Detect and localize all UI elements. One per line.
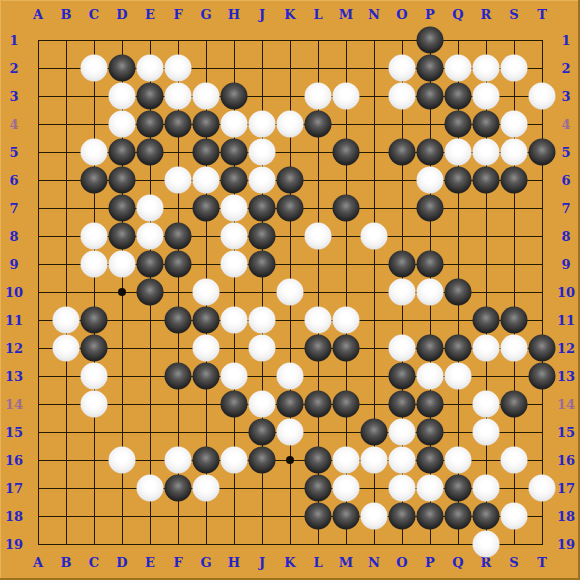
stone-white-D4[interactable] xyxy=(109,111,136,138)
col-label-top-H: H xyxy=(228,8,240,21)
stone-white-G10[interactable] xyxy=(193,279,220,306)
stone-white-F16[interactable] xyxy=(165,447,192,474)
stone-black-Q10[interactable] xyxy=(445,279,472,306)
stone-white-J5[interactable] xyxy=(249,139,276,166)
row-label-left-17: 17 xyxy=(5,482,23,495)
stone-black-Q12[interactable] xyxy=(445,335,472,362)
stone-black-P16[interactable] xyxy=(417,447,444,474)
row-label-right-9: 9 xyxy=(561,258,570,271)
star-point-K16 xyxy=(286,456,294,464)
star-point-D10 xyxy=(118,288,126,296)
col-label-top-R: R xyxy=(481,8,492,21)
stone-white-O2[interactable] xyxy=(389,55,416,82)
col-label-top-L: L xyxy=(313,8,322,21)
row-label-left-18: 18 xyxy=(5,510,23,523)
stone-white-S5[interactable] xyxy=(501,139,528,166)
stone-black-F17[interactable] xyxy=(165,475,192,502)
stone-white-S12[interactable] xyxy=(501,335,528,362)
stone-white-H9[interactable] xyxy=(221,251,248,278)
stone-black-K7[interactable] xyxy=(277,195,304,222)
stone-black-K6[interactable] xyxy=(277,167,304,194)
row-label-right-3: 3 xyxy=(561,90,570,103)
col-label-bottom-E: E xyxy=(145,556,155,569)
row-label-right-5: 5 xyxy=(561,146,570,159)
row-label-right-15: 15 xyxy=(557,426,575,439)
stone-white-H16[interactable] xyxy=(221,447,248,474)
stone-black-F8[interactable] xyxy=(165,223,192,250)
stone-white-D16[interactable] xyxy=(109,447,136,474)
row-label-right-7: 7 xyxy=(561,202,570,215)
row-label-right-10: 10 xyxy=(557,286,575,299)
row-label-right-16: 16 xyxy=(557,454,575,467)
col-label-top-M: M xyxy=(339,8,353,21)
stone-black-C6[interactable] xyxy=(81,167,108,194)
stone-black-G16[interactable] xyxy=(193,447,220,474)
stone-black-S6[interactable] xyxy=(501,167,528,194)
stone-white-J6[interactable] xyxy=(249,167,276,194)
stone-white-M17[interactable] xyxy=(333,475,360,502)
row-label-right-6: 6 xyxy=(561,174,570,187)
stone-white-H8[interactable] xyxy=(221,223,248,250)
col-label-bottom-O: O xyxy=(396,556,407,569)
stone-white-H11[interactable] xyxy=(221,307,248,334)
stone-black-L12[interactable] xyxy=(305,335,332,362)
stone-black-D6[interactable] xyxy=(109,167,136,194)
stone-white-K13[interactable] xyxy=(277,363,304,390)
stone-black-Q6[interactable] xyxy=(445,167,472,194)
stone-white-D3[interactable] xyxy=(109,83,136,110)
stone-black-R11[interactable] xyxy=(473,307,500,334)
row-label-left-2: 2 xyxy=(9,62,18,75)
stone-white-Q13[interactable] xyxy=(445,363,472,390)
stone-black-R6[interactable] xyxy=(473,167,500,194)
stone-white-J11[interactable] xyxy=(249,307,276,334)
stone-black-J7[interactable] xyxy=(249,195,276,222)
stone-black-D8[interactable] xyxy=(109,223,136,250)
stone-white-K4[interactable] xyxy=(277,111,304,138)
col-label-top-G: G xyxy=(200,8,211,21)
stone-black-C12[interactable] xyxy=(81,335,108,362)
stone-black-T12[interactable] xyxy=(529,335,556,362)
col-label-bottom-P: P xyxy=(425,556,435,569)
stone-black-S14[interactable] xyxy=(501,391,528,418)
col-label-top-B: B xyxy=(61,8,72,21)
stone-white-L8[interactable] xyxy=(305,223,332,250)
stone-black-P12[interactable] xyxy=(417,335,444,362)
col-label-bottom-H: H xyxy=(228,556,240,569)
stone-white-G17[interactable] xyxy=(193,475,220,502)
stone-black-J15[interactable] xyxy=(249,419,276,446)
stone-black-Q18[interactable] xyxy=(445,503,472,530)
stone-white-F2[interactable] xyxy=(165,55,192,82)
stone-white-H7[interactable] xyxy=(221,195,248,222)
row-label-left-5: 5 xyxy=(9,146,18,159)
stone-white-K15[interactable] xyxy=(277,419,304,446)
stone-white-Q16[interactable] xyxy=(445,447,472,474)
row-label-left-10: 10 xyxy=(5,286,23,299)
stone-white-R3[interactable] xyxy=(473,83,500,110)
stone-black-D5[interactable] xyxy=(109,139,136,166)
stone-black-H5[interactable] xyxy=(221,139,248,166)
stone-black-T5[interactable] xyxy=(529,139,556,166)
row-label-right-13: 13 xyxy=(557,370,575,383)
stone-black-G7[interactable] xyxy=(193,195,220,222)
stone-black-H6[interactable] xyxy=(221,167,248,194)
stone-white-S4[interactable] xyxy=(501,111,528,138)
stone-black-G11[interactable] xyxy=(193,307,220,334)
stone-black-O5[interactable] xyxy=(389,139,416,166)
stone-black-D2[interactable] xyxy=(109,55,136,82)
row-label-right-8: 8 xyxy=(561,230,570,243)
col-label-top-N: N xyxy=(368,8,380,21)
stone-white-O10[interactable] xyxy=(389,279,416,306)
stone-white-G6[interactable] xyxy=(193,167,220,194)
row-label-left-14: 14 xyxy=(5,398,23,411)
row-label-left-19: 19 xyxy=(5,538,23,551)
stone-white-Q2[interactable] xyxy=(445,55,472,82)
stone-black-E10[interactable] xyxy=(137,279,164,306)
col-label-bottom-B: B xyxy=(61,556,72,569)
stone-black-F13[interactable] xyxy=(165,363,192,390)
row-label-right-17: 17 xyxy=(557,482,575,495)
stone-black-P2[interactable] xyxy=(417,55,444,82)
stone-white-P6[interactable] xyxy=(417,167,444,194)
stone-white-S2[interactable] xyxy=(501,55,528,82)
row-label-left-12: 12 xyxy=(5,342,23,355)
stone-black-J9[interactable] xyxy=(249,251,276,278)
row-label-left-9: 9 xyxy=(9,258,18,271)
stone-black-Q3[interactable] xyxy=(445,83,472,110)
stone-black-G13[interactable] xyxy=(193,363,220,390)
stone-black-K14[interactable] xyxy=(277,391,304,418)
col-label-top-E: E xyxy=(145,8,155,21)
col-label-bottom-G: G xyxy=(200,556,211,569)
stone-black-P7[interactable] xyxy=(417,195,444,222)
stone-black-L14[interactable] xyxy=(305,391,332,418)
stone-white-P10[interactable] xyxy=(417,279,444,306)
stone-white-O16[interactable] xyxy=(389,447,416,474)
stone-white-E7[interactable] xyxy=(137,195,164,222)
stone-white-J12[interactable] xyxy=(249,335,276,362)
col-label-top-K: K xyxy=(284,8,295,21)
stone-white-Q5[interactable] xyxy=(445,139,472,166)
row-label-left-6: 6 xyxy=(9,174,18,187)
col-label-top-A: A xyxy=(33,8,43,21)
stone-white-O17[interactable] xyxy=(389,475,416,502)
stone-white-T3[interactable] xyxy=(529,83,556,110)
row-label-left-16: 16 xyxy=(5,454,23,467)
stone-black-P18[interactable] xyxy=(417,503,444,530)
stone-black-Q4[interactable] xyxy=(445,111,472,138)
stone-white-R19[interactable] xyxy=(473,531,500,558)
col-label-top-F: F xyxy=(173,8,182,21)
stone-black-C11[interactable] xyxy=(81,307,108,334)
stone-white-S18[interactable] xyxy=(501,503,528,530)
stone-black-T13[interactable] xyxy=(529,363,556,390)
stone-white-C9[interactable] xyxy=(81,251,108,278)
stone-white-P17[interactable] xyxy=(417,475,444,502)
col-label-bottom-N: N xyxy=(368,556,380,569)
stone-white-H13[interactable] xyxy=(221,363,248,390)
stone-white-F3[interactable] xyxy=(165,83,192,110)
stone-black-L18[interactable] xyxy=(305,503,332,530)
stone-white-M11[interactable] xyxy=(333,307,360,334)
stone-black-R18[interactable] xyxy=(473,503,500,530)
stone-black-F11[interactable] xyxy=(165,307,192,334)
stone-white-J4[interactable] xyxy=(249,111,276,138)
stone-white-M16[interactable] xyxy=(333,447,360,474)
stone-white-N16[interactable] xyxy=(361,447,388,474)
stone-black-E4[interactable] xyxy=(137,111,164,138)
col-label-bottom-M: M xyxy=(339,556,353,569)
col-label-top-S: S xyxy=(509,8,518,21)
stone-white-S16[interactable] xyxy=(501,447,528,474)
col-label-top-C: C xyxy=(89,8,99,21)
row-label-left-8: 8 xyxy=(9,230,18,243)
stone-black-F9[interactable] xyxy=(165,251,192,278)
row-label-right-2: 2 xyxy=(561,62,570,75)
col-label-bottom-L: L xyxy=(313,556,322,569)
stone-black-H3[interactable] xyxy=(221,83,248,110)
stone-white-F6[interactable] xyxy=(165,167,192,194)
stone-black-M5[interactable] xyxy=(333,139,360,166)
row-label-left-4: 4 xyxy=(9,118,18,131)
stone-white-T17[interactable] xyxy=(529,475,556,502)
stone-white-D9[interactable] xyxy=(109,251,136,278)
stone-white-O12[interactable] xyxy=(389,335,416,362)
row-label-left-15: 15 xyxy=(5,426,23,439)
col-label-top-Q: Q xyxy=(452,8,463,21)
stone-black-Q17[interactable] xyxy=(445,475,472,502)
stone-black-M12[interactable] xyxy=(333,335,360,362)
stone-black-M14[interactable] xyxy=(333,391,360,418)
col-label-top-J: J xyxy=(259,8,265,21)
stone-white-N18[interactable] xyxy=(361,503,388,530)
stone-white-C5[interactable] xyxy=(81,139,108,166)
col-label-top-D: D xyxy=(116,8,127,21)
stone-black-H14[interactable] xyxy=(221,391,248,418)
stone-white-K10[interactable] xyxy=(277,279,304,306)
stone-black-L4[interactable] xyxy=(305,111,332,138)
stone-black-L17[interactable] xyxy=(305,475,332,502)
col-label-bottom-T: T xyxy=(537,556,547,569)
stone-black-P15[interactable] xyxy=(417,419,444,446)
row-label-left-13: 13 xyxy=(5,370,23,383)
go-board[interactable]: AABBCCDDEEFFGGHHJJKKLLMMNNOOPPQQRRSSTT11… xyxy=(0,0,580,580)
stone-black-O13[interactable] xyxy=(389,363,416,390)
row-label-right-4: 4 xyxy=(561,118,570,131)
stone-white-C14[interactable] xyxy=(81,391,108,418)
stone-black-L16[interactable] xyxy=(305,447,332,474)
stone-white-G12[interactable] xyxy=(193,335,220,362)
col-label-bottom-F: F xyxy=(173,556,182,569)
stone-black-E3[interactable] xyxy=(137,83,164,110)
stone-white-L11[interactable] xyxy=(305,307,332,334)
stone-black-O14[interactable] xyxy=(389,391,416,418)
stone-black-D7[interactable] xyxy=(109,195,136,222)
stone-white-G3[interactable] xyxy=(193,83,220,110)
col-label-bottom-A: A xyxy=(33,556,43,569)
col-label-bottom-J: J xyxy=(259,556,265,569)
row-label-left-7: 7 xyxy=(9,202,18,215)
col-label-bottom-Q: Q xyxy=(452,556,463,569)
col-label-bottom-K: K xyxy=(284,556,295,569)
stone-black-P1[interactable] xyxy=(417,27,444,54)
stone-white-N8[interactable] xyxy=(361,223,388,250)
stone-white-M3[interactable] xyxy=(333,83,360,110)
row-label-right-11: 11 xyxy=(557,314,575,327)
col-label-top-O: O xyxy=(396,8,407,21)
stone-white-L3[interactable] xyxy=(305,83,332,110)
stone-black-G5[interactable] xyxy=(193,139,220,166)
row-label-right-19: 19 xyxy=(557,538,575,551)
row-label-left-11: 11 xyxy=(5,314,23,327)
stone-white-J14[interactable] xyxy=(249,391,276,418)
stone-black-O9[interactable] xyxy=(389,251,416,278)
stone-white-E8[interactable] xyxy=(137,223,164,250)
stone-white-R15[interactable] xyxy=(473,419,500,446)
stone-white-E2[interactable] xyxy=(137,55,164,82)
stone-white-R14[interactable] xyxy=(473,391,500,418)
col-label-bottom-C: C xyxy=(89,556,99,569)
stone-white-B11[interactable] xyxy=(53,307,80,334)
col-label-top-T: T xyxy=(537,8,547,21)
stone-white-O3[interactable] xyxy=(389,83,416,110)
row-label-left-3: 3 xyxy=(9,90,18,103)
stone-white-E17[interactable] xyxy=(137,475,164,502)
row-label-right-18: 18 xyxy=(557,510,575,523)
stone-white-R2[interactable] xyxy=(473,55,500,82)
row-label-right-12: 12 xyxy=(557,342,575,355)
stone-white-H4[interactable] xyxy=(221,111,248,138)
col-label-top-P: P xyxy=(425,8,435,21)
stone-white-B12[interactable] xyxy=(53,335,80,362)
stone-black-M18[interactable] xyxy=(333,503,360,530)
stone-white-C8[interactable] xyxy=(81,223,108,250)
stone-white-C2[interactable] xyxy=(81,55,108,82)
row-label-right-1: 1 xyxy=(561,34,570,47)
row-label-left-1: 1 xyxy=(9,34,18,47)
stone-black-M7[interactable] xyxy=(333,195,360,222)
stone-black-E5[interactable] xyxy=(137,139,164,166)
stone-black-E9[interactable] xyxy=(137,251,164,278)
stone-white-O15[interactable] xyxy=(389,419,416,446)
stone-black-O18[interactable] xyxy=(389,503,416,530)
stone-black-S11[interactable] xyxy=(501,307,528,334)
stone-white-C13[interactable] xyxy=(81,363,108,390)
stone-black-N15[interactable] xyxy=(361,419,388,446)
stone-white-R17[interactable] xyxy=(473,475,500,502)
stone-white-R5[interactable] xyxy=(473,139,500,166)
stone-black-P3[interactable] xyxy=(417,83,444,110)
stone-white-P13[interactable] xyxy=(417,363,444,390)
col-label-bottom-D: D xyxy=(116,556,127,569)
stone-black-J16[interactable] xyxy=(249,447,276,474)
row-label-right-14: 14 xyxy=(557,398,575,411)
stone-black-F4[interactable] xyxy=(165,111,192,138)
stone-black-J8[interactable] xyxy=(249,223,276,250)
stone-black-G4[interactable] xyxy=(193,111,220,138)
stone-black-P9[interactable] xyxy=(417,251,444,278)
stone-black-P5[interactable] xyxy=(417,139,444,166)
stone-black-P14[interactable] xyxy=(417,391,444,418)
stone-black-R4[interactable] xyxy=(473,111,500,138)
stone-white-R12[interactable] xyxy=(473,335,500,362)
col-label-bottom-S: S xyxy=(509,556,518,569)
